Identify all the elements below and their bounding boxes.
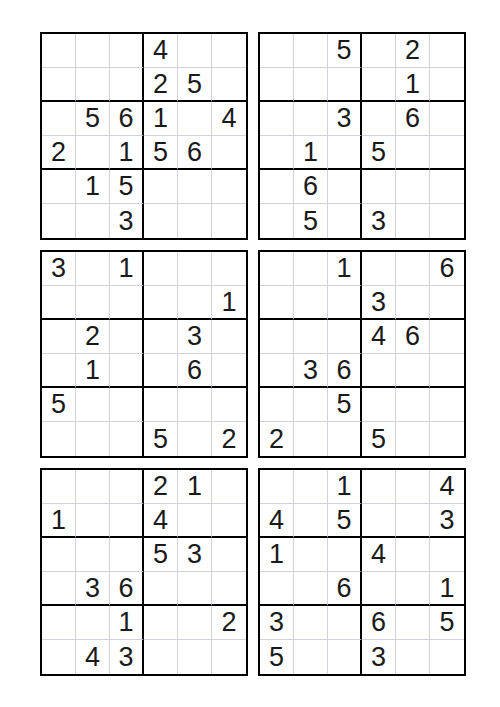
cell-p4-r5c1[interactable] xyxy=(260,388,294,422)
cell-p4-r6c5[interactable] xyxy=(396,422,430,456)
cell-p5-r2c1: 1 xyxy=(42,504,76,538)
cell-p1-r3c3: 6 xyxy=(110,102,144,136)
given-digit: 2 xyxy=(269,426,284,453)
cell-p1-r1c3[interactable] xyxy=(110,34,144,68)
cell-p2-r1c5: 2 xyxy=(396,34,430,68)
cell-p6-r6c3[interactable] xyxy=(328,640,362,674)
cell-p2-r6c5[interactable] xyxy=(396,204,430,238)
cell-p6-r5c5[interactable] xyxy=(396,606,430,640)
cell-p1-r6c2[interactable] xyxy=(76,204,110,238)
given-digit: 1 xyxy=(269,541,284,568)
cell-p1-r1c2[interactable] xyxy=(76,34,110,68)
given-digit: 1 xyxy=(51,507,66,534)
cell-p4-r4c3: 6 xyxy=(328,354,362,388)
cell-p1-r6c5[interactable] xyxy=(178,204,212,238)
cell-p2-r2c3[interactable] xyxy=(328,68,362,102)
cell-p5-r3c4: 5 xyxy=(144,538,178,572)
cell-p3-r3c3[interactable] xyxy=(110,320,144,354)
given-digit: 3 xyxy=(85,575,100,602)
cell-p5-r6c5[interactable] xyxy=(178,640,212,674)
given-digit: 1 xyxy=(153,105,168,132)
cell-p4-r1c5[interactable] xyxy=(396,252,430,286)
given-digit: 1 xyxy=(439,575,454,602)
given-digit: 6 xyxy=(187,139,202,166)
cell-p5-r6c2: 4 xyxy=(76,640,110,674)
cell-p1-r5c1[interactable] xyxy=(42,170,76,204)
cell-p5-r1c5: 1 xyxy=(178,470,212,504)
cell-p1-r5c5[interactable] xyxy=(178,170,212,204)
cell-p4-r5c5[interactable] xyxy=(396,388,430,422)
cell-p2-r6c1[interactable] xyxy=(260,204,294,238)
cell-p2-r2c2[interactable] xyxy=(294,68,328,102)
cell-p1-r1c5[interactable] xyxy=(178,34,212,68)
given-digit: 1 xyxy=(118,609,133,636)
given-digit: 6 xyxy=(303,173,318,200)
cell-p4-r2c3[interactable] xyxy=(328,286,362,320)
cell-p5-r3c5: 3 xyxy=(178,538,212,572)
cell-p6-r4c5[interactable] xyxy=(396,572,430,606)
cell-p2-r4c5[interactable] xyxy=(396,136,430,170)
cell-p6-r4c4[interactable] xyxy=(362,572,396,606)
cell-p1-r5c3: 5 xyxy=(110,170,144,204)
cell-p4-r1c6: 6 xyxy=(430,252,464,286)
cell-p2-r5c2: 6 xyxy=(294,170,328,204)
cell-p6-r1c3: 1 xyxy=(328,470,362,504)
given-digit: 4 xyxy=(153,37,168,64)
given-digit: 1 xyxy=(336,255,351,282)
cell-p2-r4c4: 5 xyxy=(362,136,396,170)
sudoku-board-6: 14453146136553 xyxy=(258,468,466,676)
given-digit: 2 xyxy=(51,139,66,166)
given-digit: 5 xyxy=(187,71,202,98)
cell-p6-r3c6[interactable] xyxy=(430,538,464,572)
cell-p3-r3c1[interactable] xyxy=(42,320,76,354)
given-digit: 1 xyxy=(118,255,133,282)
cell-p4-r3c5: 6 xyxy=(396,320,430,354)
cell-p5-r6c3: 3 xyxy=(110,640,144,674)
given-digit: 5 xyxy=(336,391,351,418)
cell-p5-r5c5[interactable] xyxy=(178,606,212,640)
cell-p3-r3c4[interactable] xyxy=(144,320,178,354)
cell-p6-r1c5[interactable] xyxy=(396,470,430,504)
cell-p4-r4c6[interactable] xyxy=(430,354,464,388)
cell-p5-r2c3[interactable] xyxy=(110,504,144,538)
cell-p1-r2c6[interactable] xyxy=(212,68,246,102)
cell-p5-r5c6: 2 xyxy=(212,606,246,640)
cell-p2-r3c6[interactable] xyxy=(430,102,464,136)
cell-p4-r6c2[interactable] xyxy=(294,422,328,456)
cell-p2-r6c6[interactable] xyxy=(430,204,464,238)
given-digit: 6 xyxy=(118,105,133,132)
cell-p3-r6c2[interactable] xyxy=(76,422,110,456)
cell-p6-r1c6: 4 xyxy=(430,470,464,504)
cell-p3-r4c2: 1 xyxy=(76,354,110,388)
cell-p3-r1c4[interactable] xyxy=(144,252,178,286)
given-digit: 6 xyxy=(371,609,386,636)
sudoku-board-5: 211453361243 xyxy=(40,468,248,676)
given-digit: 2 xyxy=(153,473,168,500)
given-digit: 6 xyxy=(187,357,202,384)
given-digit: 4 xyxy=(439,473,454,500)
cell-p5-r1c2[interactable] xyxy=(76,470,110,504)
given-digit: 3 xyxy=(371,208,386,235)
cell-p3-r4c6[interactable] xyxy=(212,354,246,388)
cell-p6-r5c3[interactable] xyxy=(328,606,362,640)
cell-p6-r2c2[interactable] xyxy=(294,504,328,538)
cell-p6-r2c6: 3 xyxy=(430,504,464,538)
given-digit: 5 xyxy=(371,139,386,166)
cell-p5-r5c4[interactable] xyxy=(144,606,178,640)
given-digit: 6 xyxy=(336,575,351,602)
cell-p5-r4c3: 6 xyxy=(110,572,144,606)
cell-p2-r2c4[interactable] xyxy=(362,68,396,102)
cell-p1-r5c2: 1 xyxy=(76,170,110,204)
given-digit: 5 xyxy=(153,541,168,568)
given-digit: 1 xyxy=(85,173,100,200)
cell-p5-r1c4: 2 xyxy=(144,470,178,504)
cell-p6-r5c4: 6 xyxy=(362,606,396,640)
cell-p4-r4c5[interactable] xyxy=(396,354,430,388)
cell-p3-r6c6: 2 xyxy=(212,422,246,456)
given-digit: 3 xyxy=(371,644,386,671)
given-digit: 1 xyxy=(187,473,202,500)
cell-p6-r2c5[interactable] xyxy=(396,504,430,538)
cell-p4-r4c2: 3 xyxy=(294,354,328,388)
cell-p3-r2c5[interactable] xyxy=(178,286,212,320)
cell-p1-r6c1[interactable] xyxy=(42,204,76,238)
cell-p5-r4c1[interactable] xyxy=(42,572,76,606)
cell-p5-r4c4[interactable] xyxy=(144,572,178,606)
cell-p5-r4c5[interactable] xyxy=(178,572,212,606)
cell-p6-r6c2[interactable] xyxy=(294,640,328,674)
cell-p2-r3c2[interactable] xyxy=(294,102,328,136)
cell-p4-r2c4: 3 xyxy=(362,286,396,320)
cell-p1-r3c1[interactable] xyxy=(42,102,76,136)
given-digit: 6 xyxy=(405,105,420,132)
cell-p3-r4c5: 6 xyxy=(178,354,212,388)
cell-p4-r1c3: 1 xyxy=(328,252,362,286)
cell-p1-r2c3[interactable] xyxy=(110,68,144,102)
cell-p6-r1c1[interactable] xyxy=(260,470,294,504)
cell-p3-r3c6[interactable] xyxy=(212,320,246,354)
cell-p3-r1c3: 1 xyxy=(110,252,144,286)
cell-p1-r2c2[interactable] xyxy=(76,68,110,102)
cell-p1-r4c4: 5 xyxy=(144,136,178,170)
cell-p1-r2c4: 2 xyxy=(144,68,178,102)
cell-p4-r5c3: 5 xyxy=(328,388,362,422)
cell-p1-r4c6[interactable] xyxy=(212,136,246,170)
sudoku-puzzle-sheet: 4255614215615352136156533112316552163463… xyxy=(0,0,500,707)
cell-p5-r3c6[interactable] xyxy=(212,538,246,572)
given-digit: 1 xyxy=(85,357,100,384)
cell-p5-r3c3[interactable] xyxy=(110,538,144,572)
cell-p1-r1c4: 4 xyxy=(144,34,178,68)
given-digit: 3 xyxy=(51,255,66,282)
cell-p4-r3c4: 4 xyxy=(362,320,396,354)
given-digit: 2 xyxy=(221,609,236,636)
sudoku-board-2: 5213615653 xyxy=(258,32,466,240)
given-digit: 3 xyxy=(303,357,318,384)
given-digit: 2 xyxy=(153,71,168,98)
given-digit: 5 xyxy=(336,507,351,534)
cell-p3-r4c4[interactable] xyxy=(144,354,178,388)
cell-p2-r4c1[interactable] xyxy=(260,136,294,170)
cell-p6-r3c4: 4 xyxy=(362,538,396,572)
cell-p2-r3c4[interactable] xyxy=(362,102,396,136)
cell-p5-r5c2[interactable] xyxy=(76,606,110,640)
cell-p2-r5c1[interactable] xyxy=(260,170,294,204)
given-digit: 3 xyxy=(118,208,133,235)
given-digit: 2 xyxy=(405,37,420,64)
cell-p2-r4c2: 1 xyxy=(294,136,328,170)
cell-p2-r6c2: 5 xyxy=(294,204,328,238)
given-digit: 3 xyxy=(336,105,351,132)
cell-p6-r5c6: 5 xyxy=(430,606,464,640)
cell-p2-r1c2[interactable] xyxy=(294,34,328,68)
given-digit: 1 xyxy=(405,71,420,98)
cell-p2-r1c4[interactable] xyxy=(362,34,396,68)
cell-p2-r5c5[interactable] xyxy=(396,170,430,204)
given-digit: 5 xyxy=(118,173,133,200)
cell-p4-r6c3[interactable] xyxy=(328,422,362,456)
cell-p4-r3c3[interactable] xyxy=(328,320,362,354)
cell-p2-r1c1[interactable] xyxy=(260,34,294,68)
cell-p3-r4c3[interactable] xyxy=(110,354,144,388)
cell-p1-r3c4: 1 xyxy=(144,102,178,136)
cell-p2-r5c4[interactable] xyxy=(362,170,396,204)
cell-p4-r6c4: 5 xyxy=(362,422,396,456)
given-digit: 5 xyxy=(439,609,454,636)
cell-p4-r1c4[interactable] xyxy=(362,252,396,286)
cell-p4-r6c1: 2 xyxy=(260,422,294,456)
cell-p5-r3c2[interactable] xyxy=(76,538,110,572)
given-digit: 5 xyxy=(153,139,168,166)
cell-p3-r2c2[interactable] xyxy=(76,286,110,320)
cell-p5-r2c2[interactable] xyxy=(76,504,110,538)
cell-p3-r1c1: 3 xyxy=(42,252,76,286)
cell-p3-r4c1[interactable] xyxy=(42,354,76,388)
given-digit: 3 xyxy=(371,289,386,316)
cell-p4-r4c1[interactable] xyxy=(260,354,294,388)
cell-p4-r3c1[interactable] xyxy=(260,320,294,354)
cell-p1-r3c2: 5 xyxy=(76,102,110,136)
cell-p3-r5c6[interactable] xyxy=(212,388,246,422)
given-digit: 5 xyxy=(153,426,168,453)
cell-p6-r1c2[interactable] xyxy=(294,470,328,504)
cell-p4-r5c4[interactable] xyxy=(362,388,396,422)
boards-grid: 4255614215615352136156533112316552163463… xyxy=(40,32,466,676)
cell-p4-r4c4[interactable] xyxy=(362,354,396,388)
cell-p2-r5c3[interactable] xyxy=(328,170,362,204)
cell-p6-r5c2[interactable] xyxy=(294,606,328,640)
cell-p6-r4c6: 1 xyxy=(430,572,464,606)
cell-p6-r4c3: 6 xyxy=(328,572,362,606)
cell-p6-r4c2[interactable] xyxy=(294,572,328,606)
cell-p6-r2c3: 5 xyxy=(328,504,362,538)
cell-p3-r6c1[interactable] xyxy=(42,422,76,456)
cell-p6-r6c5[interactable] xyxy=(396,640,430,674)
cell-p3-r1c2[interactable] xyxy=(76,252,110,286)
cell-p1-r5c4[interactable] xyxy=(144,170,178,204)
cell-p6-r3c5[interactable] xyxy=(396,538,430,572)
given-digit: 5 xyxy=(85,105,100,132)
cell-p2-r1c6[interactable] xyxy=(430,34,464,68)
given-digit: 4 xyxy=(371,541,386,568)
cell-p5-r4c6[interactable] xyxy=(212,572,246,606)
cell-p1-r6c4[interactable] xyxy=(144,204,178,238)
cell-p1-r1c1[interactable] xyxy=(42,34,76,68)
sudoku-board-4: 1634636525 xyxy=(258,250,466,458)
cell-p5-r1c6[interactable] xyxy=(212,470,246,504)
cell-p6-r3c3[interactable] xyxy=(328,538,362,572)
cell-p6-r5c1: 3 xyxy=(260,606,294,640)
cell-p1-r3c5[interactable] xyxy=(178,102,212,136)
cell-p1-r2c1[interactable] xyxy=(42,68,76,102)
given-digit: 6 xyxy=(405,323,420,350)
given-digit: 6 xyxy=(439,255,454,282)
given-digit: 4 xyxy=(153,507,168,534)
cell-p5-r5c1[interactable] xyxy=(42,606,76,640)
cell-p2-r1c3: 5 xyxy=(328,34,362,68)
cell-p6-r1c4[interactable] xyxy=(362,470,396,504)
given-digit: 3 xyxy=(439,507,454,534)
sudoku-board-1: 42556142156153 xyxy=(40,32,248,240)
given-digit: 2 xyxy=(85,323,100,350)
cell-p1-r6c6[interactable] xyxy=(212,204,246,238)
cell-p4-r1c1[interactable] xyxy=(260,252,294,286)
cell-p2-r2c1[interactable] xyxy=(260,68,294,102)
cell-p6-r6c4: 3 xyxy=(362,640,396,674)
given-digit: 4 xyxy=(371,323,386,350)
cell-p6-r3c1: 1 xyxy=(260,538,294,572)
cell-p1-r4c2[interactable] xyxy=(76,136,110,170)
cell-p6-r4c1[interactable] xyxy=(260,572,294,606)
cell-p5-r2c6[interactable] xyxy=(212,504,246,538)
cell-p5-r2c5[interactable] xyxy=(178,504,212,538)
cell-p3-r1c5[interactable] xyxy=(178,252,212,286)
cell-p3-r5c2[interactable] xyxy=(76,388,110,422)
cell-p5-r5c3: 1 xyxy=(110,606,144,640)
cell-p2-r2c6[interactable] xyxy=(430,68,464,102)
cell-p4-r2c6[interactable] xyxy=(430,286,464,320)
cell-p6-r2c1: 4 xyxy=(260,504,294,538)
cell-p2-r5c6[interactable] xyxy=(430,170,464,204)
cell-p1-r5c6[interactable] xyxy=(212,170,246,204)
given-digit: 5 xyxy=(51,391,66,418)
cell-p3-r2c1[interactable] xyxy=(42,286,76,320)
cell-p5-r6c4[interactable] xyxy=(144,640,178,674)
cell-p1-r4c1: 2 xyxy=(42,136,76,170)
given-digit: 4 xyxy=(85,644,100,671)
cell-p1-r1c6[interactable] xyxy=(212,34,246,68)
cell-p4-r1c2[interactable] xyxy=(294,252,328,286)
cell-p6-r2c4[interactable] xyxy=(362,504,396,538)
cell-p5-r4c2: 3 xyxy=(76,572,110,606)
cell-p3-r1c6[interactable] xyxy=(212,252,246,286)
given-digit: 1 xyxy=(303,139,318,166)
cell-p3-r3c2: 2 xyxy=(76,320,110,354)
cell-p3-r5c4[interactable] xyxy=(144,388,178,422)
cell-p3-r2c3[interactable] xyxy=(110,286,144,320)
given-digit: 6 xyxy=(336,357,351,384)
cell-p5-r3c1[interactable] xyxy=(42,538,76,572)
cell-p2-r6c3[interactable] xyxy=(328,204,362,238)
cell-p1-r3c6: 4 xyxy=(212,102,246,136)
cell-p4-r2c1[interactable] xyxy=(260,286,294,320)
given-digit: 5 xyxy=(303,208,318,235)
cell-p3-r6c3[interactable] xyxy=(110,422,144,456)
cell-p2-r3c1[interactable] xyxy=(260,102,294,136)
given-digit: 5 xyxy=(371,426,386,453)
cell-p3-r3c5: 3 xyxy=(178,320,212,354)
cell-p2-r4c3[interactable] xyxy=(328,136,362,170)
cell-p3-r5c1: 5 xyxy=(42,388,76,422)
cell-p4-r3c6[interactable] xyxy=(430,320,464,354)
cell-p3-r6c5[interactable] xyxy=(178,422,212,456)
given-digit: 2 xyxy=(221,426,236,453)
cell-p3-r5c5[interactable] xyxy=(178,388,212,422)
given-digit: 4 xyxy=(221,105,236,132)
cell-p2-r3c5: 6 xyxy=(396,102,430,136)
cell-p5-r1c3[interactable] xyxy=(110,470,144,504)
cell-p2-r4c6[interactable] xyxy=(430,136,464,170)
cell-p2-r6c4: 3 xyxy=(362,204,396,238)
cell-p1-r6c3: 3 xyxy=(110,204,144,238)
cell-p4-r5c2[interactable] xyxy=(294,388,328,422)
cell-p4-r6c6[interactable] xyxy=(430,422,464,456)
cell-p2-r3c3: 3 xyxy=(328,102,362,136)
cell-p1-r2c5: 5 xyxy=(178,68,212,102)
cell-p5-r1c1[interactable] xyxy=(42,470,76,504)
given-digit: 4 xyxy=(269,507,284,534)
given-digit: 5 xyxy=(336,37,351,64)
given-digit: 5 xyxy=(269,644,284,671)
given-digit: 1 xyxy=(118,139,133,166)
cell-p4-r5c6[interactable] xyxy=(430,388,464,422)
given-digit: 3 xyxy=(269,609,284,636)
cell-p4-r2c2[interactable] xyxy=(294,286,328,320)
given-digit: 1 xyxy=(221,289,236,316)
given-digit: 3 xyxy=(187,323,202,350)
given-digit: 3 xyxy=(118,644,133,671)
cell-p1-r4c5: 6 xyxy=(178,136,212,170)
cell-p1-r4c3: 1 xyxy=(110,136,144,170)
cell-p5-r2c4: 4 xyxy=(144,504,178,538)
cell-p3-r2c4[interactable] xyxy=(144,286,178,320)
cell-p6-r3c2[interactable] xyxy=(294,538,328,572)
cell-p4-r2c5[interactable] xyxy=(396,286,430,320)
cell-p6-r6c6[interactable] xyxy=(430,640,464,674)
cell-p4-r3c2[interactable] xyxy=(294,320,328,354)
cell-p3-r6c4: 5 xyxy=(144,422,178,456)
cell-p3-r5c3[interactable] xyxy=(110,388,144,422)
cell-p6-r6c1: 5 xyxy=(260,640,294,674)
given-digit: 3 xyxy=(187,541,202,568)
given-digit: 6 xyxy=(118,575,133,602)
cell-p2-r2c5: 1 xyxy=(396,68,430,102)
sudoku-board-3: 3112316552 xyxy=(40,250,248,458)
cell-p3-r2c6: 1 xyxy=(212,286,246,320)
given-digit: 1 xyxy=(336,473,351,500)
cell-p5-r6c6[interactable] xyxy=(212,640,246,674)
cell-p5-r6c1[interactable] xyxy=(42,640,76,674)
